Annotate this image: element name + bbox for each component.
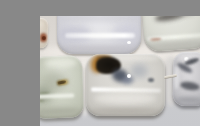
shade-bottom-rim	[176, 97, 200, 103]
highlight-streak	[40, 93, 74, 98]
agate-bead-top-middle	[57, 16, 141, 54]
highlight-streak	[65, 33, 135, 38]
inclusion-dark-smudge	[154, 16, 185, 23]
agate-bead-bottom-left	[40, 55, 84, 119]
shade-bottom-rim	[60, 46, 138, 52]
shade-bottom-rim	[147, 40, 200, 50]
shade-top	[57, 16, 141, 22]
highlight-streak	[91, 87, 161, 92]
highlight-top-sheen	[45, 57, 77, 68]
inclusion-red-fleck	[150, 38, 161, 41]
inclusion-dark-dot	[148, 78, 154, 82]
agate-bead-strand-photo	[40, 16, 200, 126]
highlight-left-edge	[174, 66, 179, 90]
highlight-sheen	[94, 94, 156, 103]
agate-bead-top-right	[141, 16, 200, 52]
shade-bottom-rim	[90, 108, 162, 114]
agate-bead-bottom-right	[173, 52, 200, 107]
agate-bead-bottom-middle	[86, 54, 165, 116]
highlight-sheen	[40, 20, 43, 28]
agate-bead-top-left-sliver	[40, 18, 49, 49]
inclusion-grey-wisp	[130, 64, 148, 78]
shade-bottom-rim	[40, 107, 81, 116]
inclusion-dark-streak-c	[179, 80, 200, 91]
highlight-sparkle	[127, 41, 131, 44]
highlight-sparkle	[127, 74, 131, 78]
